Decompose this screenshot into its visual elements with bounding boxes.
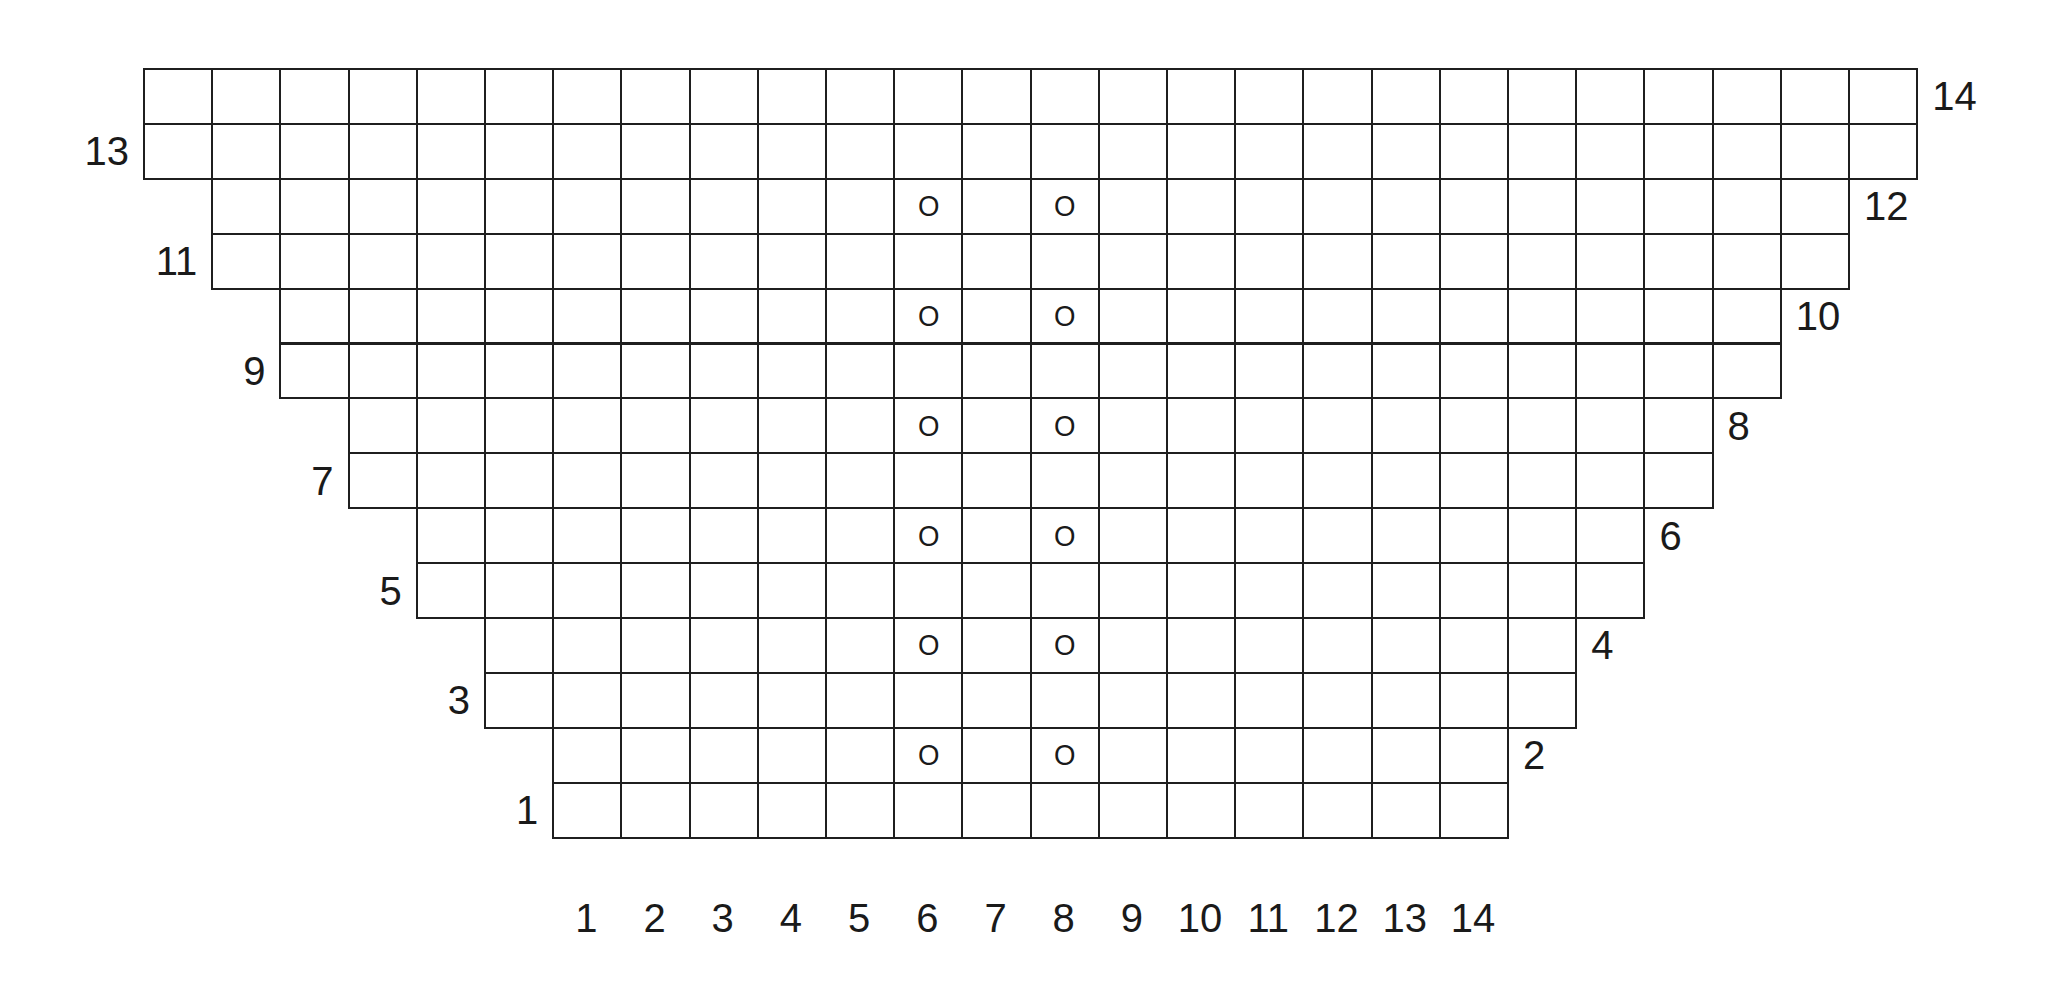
chart-cell-r9c12: [1302, 343, 1372, 400]
row-label-right-8: 8: [1728, 405, 1824, 447]
chart-cell-r7c16: [1575, 452, 1645, 509]
chart-cell-r4c13: [1371, 617, 1441, 674]
chart-cell-r1c5: [825, 782, 895, 839]
chart-cell-r3c13: [1371, 672, 1441, 729]
chart-cell-r14c0: [484, 68, 554, 125]
chart-cell-r13c7: [961, 123, 1031, 180]
chart-cell-r13c-3: [279, 123, 349, 180]
chart-cell-r9c1: [552, 343, 622, 400]
chart-cell-r8c7: [961, 397, 1031, 454]
chart-cell-r8c3: [689, 397, 759, 454]
chart-cell-r13c12: [1302, 123, 1372, 180]
row-label-right-2: 2: [1523, 734, 1619, 776]
chart-cell-r12c1: [552, 178, 622, 235]
chart-cell-r1c2: [620, 782, 690, 839]
chart-cell-r5c6: [893, 562, 963, 619]
lace-chart-canvas: OOOOOOOOOOOO 131197531 1412108642 123456…: [0, 0, 2053, 1000]
chart-cell-r1c3: [689, 782, 759, 839]
chart-cell-r13c6: [893, 123, 963, 180]
chart-cell-r13c3: [689, 123, 759, 180]
chart-cell-r5c4: [757, 562, 827, 619]
chart-cell-r4c4: [757, 617, 827, 674]
yarn-over-symbol: O: [918, 301, 939, 331]
yarn-over-symbol: O: [918, 411, 939, 441]
chart-cell-r8c-1: [416, 397, 486, 454]
chart-cell-r12c13: [1371, 178, 1441, 235]
chart-cell-r3c3: [689, 672, 759, 729]
chart-cell-r10c8: O: [1030, 288, 1100, 345]
chart-cell-r10c12: [1302, 288, 1372, 345]
chart-cell-r3c8: [1030, 672, 1100, 729]
chart-cell-r6c12: [1302, 507, 1372, 564]
chart-cell-r2c9: [1098, 727, 1168, 784]
chart-cell-r14c10: [1166, 68, 1236, 125]
chart-cell-r6c2: [620, 507, 690, 564]
chart-cell-r1c10: [1166, 782, 1236, 839]
chart-cell-r14c1: [552, 68, 622, 125]
chart-cell-r7c13: [1371, 452, 1441, 509]
chart-cell-r13c14: [1439, 123, 1509, 180]
chart-cell-r10c0: [484, 288, 554, 345]
chart-cell-r13c0: [484, 123, 554, 180]
chart-cell-r6c7: [961, 507, 1031, 564]
chart-cell-r12c5: [825, 178, 895, 235]
chart-cell-r1c11: [1234, 782, 1304, 839]
chart-cell-r14c8: [1030, 68, 1100, 125]
chart-cell-r9c-3: [279, 343, 349, 400]
chart-cell-r5c16: [1575, 562, 1645, 619]
chart-cell-r8c13: [1371, 397, 1441, 454]
chart-cell-r3c5: [825, 672, 895, 729]
chart-cell-r5c10: [1166, 562, 1236, 619]
row-label-right-6: 6: [1659, 515, 1755, 557]
chart-cell-r13c11: [1234, 123, 1304, 180]
chart-cell-r5c15: [1507, 562, 1577, 619]
chart-cell-r1c8: [1030, 782, 1100, 839]
chart-cell-r13c-2: [348, 123, 418, 180]
chart-cell-r1c13: [1371, 782, 1441, 839]
chart-cell-r5c11: [1234, 562, 1304, 619]
yarn-over-symbol: O: [1054, 301, 1075, 331]
chart-cell-r2c4: [757, 727, 827, 784]
chart-cell-r8c1: [552, 397, 622, 454]
chart-cell-r8c15: [1507, 397, 1577, 454]
row-label-left-7: 7: [238, 460, 334, 502]
yarn-over-symbol: O: [1054, 411, 1075, 441]
chart-cell-r7c2: [620, 452, 690, 509]
chart-cell-r3c2: [620, 672, 690, 729]
chart-cell-r8c4: [757, 397, 827, 454]
chart-cell-r5c13: [1371, 562, 1441, 619]
chart-cell-r7c4: [757, 452, 827, 509]
chart-cell-r11c-1: [416, 233, 486, 290]
chart-cell-r11c15: [1507, 233, 1577, 290]
chart-cell-r13c10: [1166, 123, 1236, 180]
chart-cell-r5c-1: [416, 562, 486, 619]
chart-cell-r10c3: [689, 288, 759, 345]
chart-cell-r12c3: [689, 178, 759, 235]
chart-cell-r7c1: [552, 452, 622, 509]
chart-cell-r6c1: [552, 507, 622, 564]
chart-cell-r8c5: [825, 397, 895, 454]
yarn-over-symbol: O: [918, 191, 939, 221]
chart-cell-r14c6: [893, 68, 963, 125]
chart-cell-r10c7: [961, 288, 1031, 345]
chart-cell-r8c10: [1166, 397, 1236, 454]
chart-cell-r14c7: [961, 68, 1031, 125]
chart-cell-r4c12: [1302, 617, 1372, 674]
chart-cell-r2c10: [1166, 727, 1236, 784]
chart-cell-r12c-3: [279, 178, 349, 235]
chart-cell-r12c18: [1712, 178, 1782, 235]
chart-cell-r6c4: [757, 507, 827, 564]
chart-cell-r4c0: [484, 617, 554, 674]
chart-cell-r7c-1: [416, 452, 486, 509]
chart-cell-r12c-4: [211, 178, 281, 235]
chart-cell-r9c16: [1575, 343, 1645, 400]
chart-cell-r5c12: [1302, 562, 1372, 619]
chart-cell-r10c2: [620, 288, 690, 345]
row-label-left-1: 1: [442, 789, 538, 831]
chart-cell-r11c19: [1780, 233, 1850, 290]
chart-cell-r9c-2: [348, 343, 418, 400]
chart-cell-r11c14: [1439, 233, 1509, 290]
chart-cell-r7c10: [1166, 452, 1236, 509]
chart-cell-r2c13: [1371, 727, 1441, 784]
chart-cell-r5c3: [689, 562, 759, 619]
chart-cell-r14c5: [825, 68, 895, 125]
chart-cell-r3c12: [1302, 672, 1372, 729]
chart-cell-r4c8: O: [1030, 617, 1100, 674]
chart-cell-r14c14: [1439, 68, 1509, 125]
chart-cell-r12c8: O: [1030, 178, 1100, 235]
chart-cell-r10c-2: [348, 288, 418, 345]
chart-cell-r12c9: [1098, 178, 1168, 235]
chart-cell-r13c16: [1575, 123, 1645, 180]
chart-cell-r14c-4: [211, 68, 281, 125]
chart-cell-r6c5: [825, 507, 895, 564]
chart-cell-r1c4: [757, 782, 827, 839]
row-label-left-3: 3: [374, 679, 470, 721]
chart-cell-r7c7: [961, 452, 1031, 509]
chart-cell-r4c6: O: [893, 617, 963, 674]
chart-cell-r10c13: [1371, 288, 1441, 345]
chart-cell-r7c12: [1302, 452, 1372, 509]
chart-cell-r7c0: [484, 452, 554, 509]
chart-cell-r4c15: [1507, 617, 1577, 674]
chart-cell-r13c5: [825, 123, 895, 180]
chart-cell-r13c2: [620, 123, 690, 180]
chart-cell-r10c1: [552, 288, 622, 345]
chart-cell-r8c16: [1575, 397, 1645, 454]
chart-cell-r8c2: [620, 397, 690, 454]
chart-cell-r4c1: [552, 617, 622, 674]
chart-cell-r14c12: [1302, 68, 1372, 125]
chart-cell-r7c8: [1030, 452, 1100, 509]
chart-cell-r9c4: [757, 343, 827, 400]
chart-cell-r12c12: [1302, 178, 1372, 235]
chart-cell-r7c3: [689, 452, 759, 509]
yarn-over-symbol: O: [918, 521, 939, 551]
chart-cell-r13c-4: [211, 123, 281, 180]
chart-cell-r5c8: [1030, 562, 1100, 619]
chart-cell-r14c9: [1098, 68, 1168, 125]
chart-cell-r6c13: [1371, 507, 1441, 564]
chart-cell-r12c15: [1507, 178, 1577, 235]
chart-cell-r12c6: O: [893, 178, 963, 235]
chart-cell-r11c17: [1643, 233, 1713, 290]
chart-cell-r5c14: [1439, 562, 1509, 619]
chart-cell-r11c7: [961, 233, 1031, 290]
chart-cell-r6c3: [689, 507, 759, 564]
chart-cell-r4c14: [1439, 617, 1509, 674]
chart-cell-r10c14: [1439, 288, 1509, 345]
chart-cell-r3c6: [893, 672, 963, 729]
chart-cell-r11c11: [1234, 233, 1304, 290]
row-label-right-10: 10: [1796, 295, 1892, 337]
chart-cell-r12c0: [484, 178, 554, 235]
chart-cell-r13c9: [1098, 123, 1168, 180]
chart-cell-r2c2: [620, 727, 690, 784]
chart-cell-r9c-1: [416, 343, 486, 400]
row-label-left-13: 13: [33, 130, 129, 172]
row-label-right-12: 12: [1864, 185, 1960, 227]
yarn-over-symbol: O: [1054, 521, 1075, 551]
chart-cell-r3c10: [1166, 672, 1236, 729]
chart-cell-r14c20: [1848, 68, 1918, 125]
chart-cell-r11c10: [1166, 233, 1236, 290]
chart-cell-r2c11: [1234, 727, 1304, 784]
chart-cell-r5c7: [961, 562, 1031, 619]
row-label-left-11: 11: [101, 240, 197, 282]
chart-cell-r14c15: [1507, 68, 1577, 125]
chart-cell-r12c11: [1234, 178, 1304, 235]
chart-cell-r2c1: [552, 727, 622, 784]
chart-cell-r8c17: [1643, 397, 1713, 454]
chart-cell-r8c8: O: [1030, 397, 1100, 454]
chart-cell-r13c17: [1643, 123, 1713, 180]
chart-cell-r6c11: [1234, 507, 1304, 564]
chart-cell-r3c11: [1234, 672, 1304, 729]
chart-cell-r4c2: [620, 617, 690, 674]
chart-cell-r9c9: [1098, 343, 1168, 400]
chart-cell-r3c15: [1507, 672, 1577, 729]
chart-cell-r14c13: [1371, 68, 1441, 125]
chart-cell-r10c-3: [279, 288, 349, 345]
yarn-over-symbol: O: [918, 630, 939, 660]
chart-cell-r12c17: [1643, 178, 1713, 235]
chart-cell-r10c17: [1643, 288, 1713, 345]
chart-cell-r11c-4: [211, 233, 281, 290]
chart-cell-r8c11: [1234, 397, 1304, 454]
chart-cell-r6c9: [1098, 507, 1168, 564]
chart-cell-r13c15: [1507, 123, 1577, 180]
chart-cell-r13c20: [1848, 123, 1918, 180]
chart-cell-r3c9: [1098, 672, 1168, 729]
chart-cell-r4c3: [689, 617, 759, 674]
chart-cell-r12c4: [757, 178, 827, 235]
chart-cell-r13c-1: [416, 123, 486, 180]
chart-cell-r5c0: [484, 562, 554, 619]
chart-cell-r13c-5: [143, 123, 213, 180]
yarn-over-symbol: O: [1054, 191, 1075, 221]
chart-cell-r4c11: [1234, 617, 1304, 674]
chart-cell-r11c2: [620, 233, 690, 290]
chart-cell-r12c16: [1575, 178, 1645, 235]
chart-cell-r10c15: [1507, 288, 1577, 345]
chart-cell-r9c14: [1439, 343, 1509, 400]
chart-cell-r4c10: [1166, 617, 1236, 674]
chart-cell-r12c-1: [416, 178, 486, 235]
chart-cell-r6c8: O: [1030, 507, 1100, 564]
chart-cell-r12c2: [620, 178, 690, 235]
yarn-over-symbol: O: [1054, 740, 1075, 770]
chart-cell-r12c14: [1439, 178, 1509, 235]
chart-cell-r7c-2: [348, 452, 418, 509]
chart-cell-r11c-3: [279, 233, 349, 290]
chart-cell-r11c4: [757, 233, 827, 290]
chart-cell-r9c2: [620, 343, 690, 400]
chart-cell-r13c13: [1371, 123, 1441, 180]
chart-cell-r14c16: [1575, 68, 1645, 125]
chart-cell-r10c4: [757, 288, 827, 345]
chart-cell-r4c7: [961, 617, 1031, 674]
chart-cell-r9c17: [1643, 343, 1713, 400]
chart-cell-r11c13: [1371, 233, 1441, 290]
chart-cell-r14c18: [1712, 68, 1782, 125]
chart-cell-r5c9: [1098, 562, 1168, 619]
row-label-right-4: 4: [1591, 624, 1687, 666]
chart-cell-r9c15: [1507, 343, 1577, 400]
chart-cell-r12c19: [1780, 178, 1850, 235]
chart-cell-r13c4: [757, 123, 827, 180]
chart-cell-r2c8: O: [1030, 727, 1100, 784]
chart-cell-r14c2: [620, 68, 690, 125]
chart-cell-r14c19: [1780, 68, 1850, 125]
yarn-over-symbol: O: [918, 740, 939, 770]
chart-cell-r9c18: [1712, 343, 1782, 400]
chart-cell-r14c-3: [279, 68, 349, 125]
row-label-left-9: 9: [169, 350, 265, 392]
chart-cell-r10c10: [1166, 288, 1236, 345]
yarn-over-symbol: O: [1054, 630, 1075, 660]
chart-cell-r10c16: [1575, 288, 1645, 345]
row-label-right-14: 14: [1932, 75, 2028, 117]
column-label-14: 14: [1429, 897, 1517, 939]
chart-cell-r8c6: O: [893, 397, 963, 454]
chart-cell-r10c5: [825, 288, 895, 345]
chart-cell-r11c6: [893, 233, 963, 290]
chart-cell-r1c6: [893, 782, 963, 839]
chart-cell-r5c5: [825, 562, 895, 619]
chart-cell-r11c18: [1712, 233, 1782, 290]
chart-cell-r9c3: [689, 343, 759, 400]
chart-cell-r14c4: [757, 68, 827, 125]
chart-cell-r12c-2: [348, 178, 418, 235]
chart-cell-r6c10: [1166, 507, 1236, 564]
chart-cell-r5c2: [620, 562, 690, 619]
chart-cell-r14c-2: [348, 68, 418, 125]
chart-cell-r6c14: [1439, 507, 1509, 564]
chart-cell-r3c7: [961, 672, 1031, 729]
chart-cell-r7c15: [1507, 452, 1577, 509]
chart-cell-r4c5: [825, 617, 895, 674]
chart-cell-r9c11: [1234, 343, 1304, 400]
row-label-left-5: 5: [306, 570, 402, 612]
chart-cell-r1c14: [1439, 782, 1509, 839]
chart-cell-r13c1: [552, 123, 622, 180]
chart-cell-r12c10: [1166, 178, 1236, 235]
chart-cell-r2c12: [1302, 727, 1372, 784]
chart-cell-r11c1: [552, 233, 622, 290]
chart-cell-r10c-1: [416, 288, 486, 345]
chart-cell-r8c9: [1098, 397, 1168, 454]
chart-cell-r8c-2: [348, 397, 418, 454]
chart-cell-r3c0: [484, 672, 554, 729]
chart-cell-r2c6: O: [893, 727, 963, 784]
chart-cell-r14c-5: [143, 68, 213, 125]
chart-cell-r2c3: [689, 727, 759, 784]
chart-cell-r4c9: [1098, 617, 1168, 674]
chart-cell-r2c5: [825, 727, 895, 784]
chart-cell-r13c18: [1712, 123, 1782, 180]
chart-cell-r12c7: [961, 178, 1031, 235]
chart-cell-r7c5: [825, 452, 895, 509]
chart-cell-r6c0: [484, 507, 554, 564]
chart-cell-r11c-2: [348, 233, 418, 290]
chart-cell-r9c7: [961, 343, 1031, 400]
chart-cell-r10c9: [1098, 288, 1168, 345]
chart-cell-r3c4: [757, 672, 827, 729]
chart-cell-r7c17: [1643, 452, 1713, 509]
chart-cell-r1c1: [552, 782, 622, 839]
chart-cell-r13c8: [1030, 123, 1100, 180]
chart-cell-r11c12: [1302, 233, 1372, 290]
chart-cell-r9c13: [1371, 343, 1441, 400]
chart-cell-r10c6: O: [893, 288, 963, 345]
chart-cell-r7c11: [1234, 452, 1304, 509]
chart-cell-r14c-1: [416, 68, 486, 125]
chart-cell-r7c14: [1439, 452, 1509, 509]
chart-cell-r9c8: [1030, 343, 1100, 400]
chart-cell-r14c3: [689, 68, 759, 125]
chart-cell-r2c14: [1439, 727, 1509, 784]
chart-cell-r1c9: [1098, 782, 1168, 839]
chart-cell-r10c18: [1712, 288, 1782, 345]
chart-cell-r11c3: [689, 233, 759, 290]
chart-cell-r14c11: [1234, 68, 1304, 125]
chart-cell-r6c15: [1507, 507, 1577, 564]
chart-cell-r3c14: [1439, 672, 1509, 729]
chart-cell-r9c6: [893, 343, 963, 400]
chart-cell-r2c7: [961, 727, 1031, 784]
chart-cell-r10c11: [1234, 288, 1304, 345]
chart-cell-r6c16: [1575, 507, 1645, 564]
chart-cell-r7c9: [1098, 452, 1168, 509]
chart-cell-r5c1: [552, 562, 622, 619]
chart-cell-r8c0: [484, 397, 554, 454]
chart-cell-r13c19: [1780, 123, 1850, 180]
chart-cell-r14c17: [1643, 68, 1713, 125]
chart-cell-r11c9: [1098, 233, 1168, 290]
chart-cell-r9c5: [825, 343, 895, 400]
chart-cell-r6c-1: [416, 507, 486, 564]
chart-cell-r11c0: [484, 233, 554, 290]
chart-cell-r3c1: [552, 672, 622, 729]
chart-cell-r11c8: [1030, 233, 1100, 290]
chart-cell-r1c7: [961, 782, 1031, 839]
chart-cell-r11c16: [1575, 233, 1645, 290]
